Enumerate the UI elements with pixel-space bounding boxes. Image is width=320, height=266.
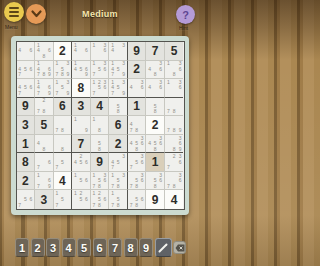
pencil-marks: 19 xyxy=(73,117,90,134)
cell-r6c4[interactable]: 7 xyxy=(72,135,91,154)
pencil-marks: 46 xyxy=(17,43,34,60)
cell-value: 5 xyxy=(40,119,47,131)
cell-value: 3 xyxy=(78,100,85,112)
cell-r4c3[interactable]: 6 xyxy=(54,98,73,117)
cell-r1c3[interactable]: 2 xyxy=(54,42,73,61)
cell-value: 4 xyxy=(171,194,178,206)
cell-r7c9[interactable]: 2367 xyxy=(165,153,184,172)
pencil-marks: 13579 xyxy=(54,80,71,97)
pencil-marks: 2456 xyxy=(73,154,90,171)
cell-r1c1[interactable]: 46 xyxy=(17,42,36,61)
cell-r2c7[interactable]: 2 xyxy=(128,61,147,80)
cell-value: 2 xyxy=(115,138,122,150)
cell-r3c6[interactable]: 134579 xyxy=(109,79,128,98)
cell-value: 3 xyxy=(40,194,47,206)
number-keypad: 123456789 xyxy=(15,238,172,257)
cell-r5c8[interactable]: 2 xyxy=(146,116,165,135)
cell-r2c9[interactable]: 1368 xyxy=(165,61,184,80)
pencil-marks: 567 xyxy=(17,191,34,209)
pencil-marks: 1368 xyxy=(165,61,183,78)
cell-r7c4[interactable]: 2456 xyxy=(72,153,91,172)
cell-r2c6[interactable]: 134579 xyxy=(109,61,128,80)
sudoku-board[interactable]: 4614682146136134975456714678913578914569… xyxy=(16,41,185,210)
hint-button[interactable]: ? xyxy=(176,5,195,24)
cell-r5c2[interactable]: 5 xyxy=(35,116,54,135)
cell-value: 5 xyxy=(171,45,178,57)
pencil-marks: 58 xyxy=(147,98,164,115)
pencil-marks: 156 xyxy=(73,172,90,189)
cell-r9c6[interactable]: 1578 xyxy=(109,190,128,209)
cell-value: 8 xyxy=(78,82,85,94)
cell-value: 6 xyxy=(59,100,66,112)
pencil-marks: 125678 xyxy=(91,191,108,209)
pencil-marks: 58 xyxy=(110,98,127,115)
cell-r5c1[interactable]: 3 xyxy=(17,116,36,135)
pencil-marks: 146 xyxy=(73,43,90,60)
cell-r7c1[interactable]: 8 xyxy=(17,153,36,172)
cell-value: 2 xyxy=(152,119,159,131)
cell-r6c9[interactable]: 3689 xyxy=(165,135,184,154)
cell-value: 7 xyxy=(152,45,159,57)
cell-r8c4[interactable]: 156 xyxy=(72,172,91,191)
key-7[interactable]: 7 xyxy=(108,238,122,257)
cell-r7c3[interactable]: 57 xyxy=(54,153,73,172)
cell-r7c7[interactable]: 3567 xyxy=(128,153,147,172)
backspace-button[interactable] xyxy=(173,241,186,254)
cell-r4c8[interactable]: 58 xyxy=(146,98,165,117)
cell-r9c7[interactable]: 5678 xyxy=(128,190,147,209)
pencil-mode-button[interactable] xyxy=(155,238,172,257)
pencil-marks: 278 xyxy=(36,98,53,115)
pencil-marks: 346 xyxy=(128,80,145,97)
cell-r4c2[interactable]: 278 xyxy=(35,98,54,117)
pencil-marks: 146789 xyxy=(36,61,53,78)
pencil-marks: 1679 xyxy=(36,172,53,189)
pencil-marks: 67 xyxy=(36,154,53,171)
pencil-marks: 13567 xyxy=(91,61,108,78)
cell-value: 6 xyxy=(115,119,122,131)
pencil-marks: 3567 xyxy=(128,154,145,171)
pencil-marks: 13578 xyxy=(110,172,127,189)
question-mark-icon: ? xyxy=(182,9,189,21)
cell-r6c6[interactable]: 2 xyxy=(109,135,128,154)
pencil-marks: 78 xyxy=(165,98,183,115)
cell-value: 2 xyxy=(59,45,66,57)
hint-button-label: Hint xyxy=(179,25,188,31)
cell-r6c8[interactable]: 34568 xyxy=(146,135,165,154)
pencil-marks: 8 xyxy=(54,135,71,152)
cell-r1c9[interactable]: 5 xyxy=(165,42,184,61)
key-6[interactable]: 6 xyxy=(93,238,107,257)
cell-r3c8[interactable]: 346 xyxy=(146,79,165,98)
cell-value: 9 xyxy=(152,194,159,206)
cell-r2c5[interactable]: 13567 xyxy=(91,61,110,80)
cell-r4c5[interactable]: 4 xyxy=(91,98,110,117)
cell-value: 4 xyxy=(96,100,103,112)
pencil-marks: 1256 xyxy=(73,191,90,209)
cell-r8c5[interactable]: 135678 xyxy=(91,172,110,191)
pencil-marks: 123567 xyxy=(91,80,108,97)
cell-r4c4[interactable]: 3 xyxy=(72,98,91,117)
cell-r3c4[interactable]: 8 xyxy=(72,79,91,98)
pencil-marks: 35678 xyxy=(128,172,145,189)
cell-r6c7[interactable]: 34568 xyxy=(128,135,147,154)
pencil-marks: 3568 xyxy=(147,172,164,189)
key-9[interactable]: 9 xyxy=(139,238,153,257)
cell-value: 9 xyxy=(133,45,140,57)
pencil-marks: 14569 xyxy=(73,61,90,78)
cell-r1c4[interactable]: 146 xyxy=(72,42,91,61)
cell-r1c2[interactable]: 1468 xyxy=(35,42,54,61)
cell-r2c4[interactable]: 14569 xyxy=(72,61,91,80)
pencil-marks: 136 xyxy=(165,80,183,97)
pencil-marks: 5678 xyxy=(128,191,145,209)
cell-r4c6[interactable]: 58 xyxy=(109,98,128,117)
cell-r8c7[interactable]: 35678 xyxy=(128,172,147,191)
pencil-icon xyxy=(157,242,169,254)
cell-r5c7[interactable]: 478 xyxy=(128,116,147,135)
cell-r5c5[interactable]: 18 xyxy=(91,116,110,135)
cell-r9c3[interactable]: 157 xyxy=(54,190,73,209)
pencil-marks: 48 xyxy=(36,135,53,152)
key-4[interactable]: 4 xyxy=(62,238,76,257)
cell-r9c5[interactable]: 125678 xyxy=(91,190,110,209)
pencil-marks: 134579 xyxy=(110,61,127,78)
pencil-marks: 34568 xyxy=(128,135,145,152)
cell-r4c1[interactable]: 9 xyxy=(17,98,36,117)
pencil-marks: 3689 xyxy=(165,135,183,152)
pencil-marks: 478 xyxy=(128,117,145,134)
pencil-marks: 58 xyxy=(91,135,108,152)
cell-r5c9[interactable]: 789 xyxy=(165,116,184,135)
sudoku-app: { "game": "sudoku", "header": { "title":… xyxy=(0,0,200,266)
pencil-marks: 3468 xyxy=(147,61,164,78)
cell-value: 2 xyxy=(133,63,140,75)
cell-value: 9 xyxy=(96,156,103,168)
board-frame: 4614682146136134975456714678913578914569… xyxy=(11,36,189,215)
cell-r9c8[interactable]: 9 xyxy=(146,190,165,209)
cell-r8c6[interactable]: 13578 xyxy=(109,172,128,191)
cell-r4c7[interactable]: 1 xyxy=(128,98,147,117)
cell-r8c9[interactable]: 3678 xyxy=(165,172,184,191)
cell-r9c2[interactable]: 3 xyxy=(35,190,54,209)
pencil-marks: 1468 xyxy=(36,43,53,60)
pencil-marks: 14679 xyxy=(36,80,53,97)
difficulty-title: Medium xyxy=(0,9,200,19)
cell-r8c3[interactable]: 4 xyxy=(54,172,73,191)
pencil-marks: 57 xyxy=(54,154,71,171)
cell-r9c9[interactable]: 4 xyxy=(165,190,184,209)
key-5[interactable]: 5 xyxy=(77,238,91,257)
menu-button-label: Menu xyxy=(5,24,18,30)
pencil-marks: 4567 xyxy=(17,80,34,97)
backspace-icon xyxy=(175,244,185,252)
cell-r3c9[interactable]: 136 xyxy=(165,79,184,98)
cell-r3c1[interactable]: 4567 xyxy=(17,79,36,98)
cell-value: 1 xyxy=(22,138,29,150)
pencil-marks: 18 xyxy=(91,117,108,134)
cell-r1c6[interactable]: 134 xyxy=(109,42,128,61)
pencil-marks: 135789 xyxy=(54,61,71,78)
pencil-marks: 136 xyxy=(91,43,108,60)
key-2[interactable]: 2 xyxy=(31,238,45,257)
cell-value: 1 xyxy=(152,156,159,168)
pencil-marks: 34568 xyxy=(147,135,164,152)
cell-r1c5[interactable]: 136 xyxy=(91,42,110,61)
cell-r5c3[interactable]: 78 xyxy=(54,116,73,135)
cell-r3c5[interactable]: 123567 xyxy=(91,79,110,98)
cell-r8c8[interactable]: 3568 xyxy=(146,172,165,191)
cell-value: 4 xyxy=(59,175,66,187)
pencil-marks: 3678 xyxy=(165,172,183,189)
pencil-marks: 789 xyxy=(165,117,183,134)
cell-r5c4[interactable]: 19 xyxy=(72,116,91,135)
cell-r8c2[interactable]: 1679 xyxy=(35,172,54,191)
cell-r1c8[interactable]: 7 xyxy=(146,42,165,61)
pencil-marks: 134 xyxy=(110,43,127,60)
cell-value: 9 xyxy=(22,100,29,112)
cell-r2c3[interactable]: 135789 xyxy=(54,61,73,80)
cell-r3c7[interactable]: 346 xyxy=(128,79,147,98)
cell-r1c7[interactable]: 9 xyxy=(128,42,147,61)
cell-value: 7 xyxy=(78,138,85,150)
key-3[interactable]: 3 xyxy=(46,238,60,257)
pencil-marks: 346 xyxy=(147,80,164,97)
pencil-marks: 1578 xyxy=(110,191,127,209)
cell-r6c2[interactable]: 48 xyxy=(35,135,54,154)
cell-r6c3[interactable]: 8 xyxy=(54,135,73,154)
cell-r7c6[interactable]: 3457 xyxy=(109,153,128,172)
cell-r3c2[interactable]: 14679 xyxy=(35,79,54,98)
cell-r8c1[interactable]: 2 xyxy=(17,172,36,191)
key-8[interactable]: 8 xyxy=(124,238,138,257)
cell-r2c1[interactable]: 4567 xyxy=(17,61,36,80)
cell-r9c1[interactable]: 567 xyxy=(17,190,36,209)
cell-r6c5[interactable]: 58 xyxy=(91,135,110,154)
pencil-marks: 157 xyxy=(54,191,71,209)
cell-r7c5[interactable]: 9 xyxy=(91,153,110,172)
cell-r2c8[interactable]: 3468 xyxy=(146,61,165,80)
cell-r2c2[interactable]: 146789 xyxy=(35,61,54,80)
cell-value: 8 xyxy=(22,156,29,168)
cell-r5c6[interactable]: 6 xyxy=(109,116,128,135)
pencil-marks: 135678 xyxy=(91,172,108,189)
pencil-marks: 78 xyxy=(54,117,71,134)
cell-value: 2 xyxy=(22,175,29,187)
pencil-marks: 134579 xyxy=(110,80,127,97)
cell-value: 1 xyxy=(133,100,140,112)
cell-r9c4[interactable]: 1256 xyxy=(72,190,91,209)
key-1[interactable]: 1 xyxy=(15,238,29,257)
cell-r7c2[interactable]: 67 xyxy=(35,153,54,172)
cell-r6c1[interactable]: 1 xyxy=(17,135,36,154)
cell-r4c9[interactable]: 78 xyxy=(165,98,184,117)
cell-r7c8[interactable]: 1 xyxy=(146,153,165,172)
cell-r3c3[interactable]: 13579 xyxy=(54,79,73,98)
pencil-marks: 2367 xyxy=(165,154,183,171)
cell-value: 3 xyxy=(22,119,29,131)
pencil-marks: 4567 xyxy=(17,61,34,78)
pencil-marks: 3457 xyxy=(110,154,127,171)
